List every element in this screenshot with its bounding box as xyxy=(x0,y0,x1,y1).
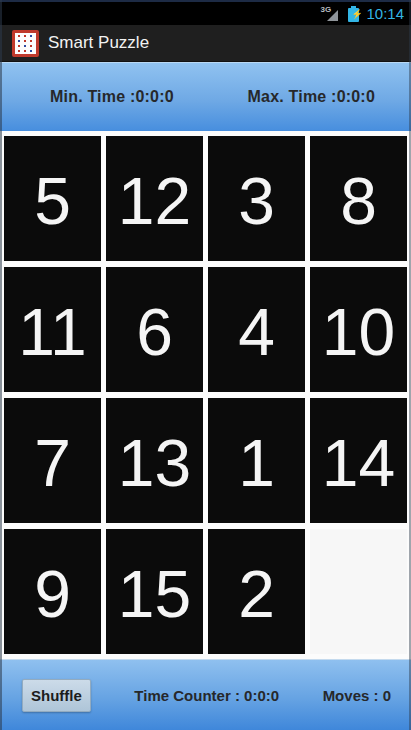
action-bar: Smart Puzzle xyxy=(0,25,411,62)
tile-10[interactable]: 10 xyxy=(310,267,407,392)
empty-cell xyxy=(310,529,407,654)
tile-14[interactable]: 14 xyxy=(310,398,407,523)
app-title: Smart Puzzle xyxy=(48,33,149,53)
tile-6[interactable]: 6 xyxy=(106,267,203,392)
tile-1[interactable]: 1 xyxy=(208,398,305,523)
max-time-label: Max. Time :0:0:0 xyxy=(248,88,375,106)
puzzle-grid: 512381164107131149152 xyxy=(0,131,411,659)
tile-15[interactable]: 15 xyxy=(106,529,203,654)
tile-3[interactable]: 3 xyxy=(208,136,305,261)
status-clock: 10:14 xyxy=(366,5,404,22)
signal-triangle-icon xyxy=(327,10,338,21)
tile-8[interactable]: 8 xyxy=(310,136,407,261)
tile-7[interactable]: 7 xyxy=(4,398,101,523)
tile-2[interactable]: 2 xyxy=(208,529,305,654)
battery-charging-icon: ⚡ xyxy=(348,6,359,22)
footer-bar: Shuffle Time Counter : 0:0:0 Moves : 0 xyxy=(0,659,411,730)
status-bar: 3G ⚡ 10:14 xyxy=(0,0,411,25)
cellular-signal-icon: 3G xyxy=(320,6,340,22)
app-icon xyxy=(12,30,39,57)
lightning-bolt-icon: ⚡ xyxy=(351,10,356,19)
tile-12[interactable]: 12 xyxy=(106,136,203,261)
tile-5[interactable]: 5 xyxy=(4,136,101,261)
time-counter-label: Time Counter : 0:0:0 xyxy=(134,687,279,704)
tile-13[interactable]: 13 xyxy=(106,398,203,523)
moves-label: Moves : 0 xyxy=(323,687,391,704)
shuffle-button[interactable]: Shuffle xyxy=(22,679,91,712)
stats-header: Min. Time :0:0:0 Max. Time :0:0:0 xyxy=(0,62,411,131)
tile-4[interactable]: 4 xyxy=(208,267,305,392)
min-time-label: Min. Time :0:0:0 xyxy=(50,88,174,106)
tile-11[interactable]: 11 xyxy=(4,267,101,392)
tile-9[interactable]: 9 xyxy=(4,529,101,654)
